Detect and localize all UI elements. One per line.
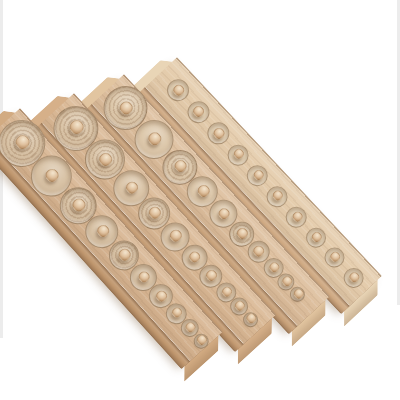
cylinder-hole bbox=[282, 202, 312, 232]
product-photo-montessori-cylinder-blocks bbox=[0, 0, 400, 400]
cylinder-knob bbox=[309, 230, 323, 244]
cylinder-knob bbox=[220, 284, 234, 298]
cylinder-hole bbox=[183, 96, 214, 127]
cylinder-blocks-scene bbox=[0, 0, 400, 400]
cylinder-knob bbox=[211, 125, 227, 141]
cylinder-knob bbox=[195, 182, 212, 199]
cylinder-hole bbox=[302, 223, 330, 251]
cylinder-knob bbox=[13, 132, 33, 152]
cylinder-knob bbox=[168, 227, 185, 244]
cylinder-knob bbox=[95, 222, 112, 239]
cylinder-knob bbox=[290, 209, 304, 223]
cylinder-knob bbox=[146, 129, 164, 147]
cylinder-knob bbox=[233, 299, 247, 313]
cylinder-knob bbox=[43, 166, 61, 184]
cylinder-knob bbox=[347, 270, 361, 284]
cylinder-knob bbox=[70, 195, 88, 213]
cylinder-knob bbox=[187, 249, 203, 265]
cylinder-knob bbox=[123, 179, 140, 196]
cylinder-hole bbox=[339, 263, 367, 291]
cylinder-knob bbox=[116, 246, 133, 263]
cylinder-knob bbox=[232, 147, 246, 161]
cylinder-hole bbox=[223, 140, 253, 170]
cylinder-hole bbox=[320, 243, 348, 271]
cylinder-knob bbox=[147, 205, 164, 222]
cylinder-hole bbox=[203, 118, 234, 149]
cylinder-hole bbox=[243, 161, 273, 191]
cylinder-knob bbox=[271, 188, 285, 202]
cylinder-knob bbox=[235, 225, 251, 241]
cylinder-knob bbox=[251, 168, 265, 182]
cylinder-knob bbox=[117, 98, 135, 116]
cylinder-knob bbox=[328, 250, 342, 264]
cylinder-hole bbox=[262, 181, 292, 211]
cylinder-knob bbox=[154, 288, 170, 304]
cylinder-hole bbox=[162, 75, 193, 106]
cylinder-knob bbox=[67, 117, 87, 137]
cylinder-knob bbox=[216, 205, 232, 221]
cylinder-knob bbox=[195, 333, 209, 347]
cylinder-knob bbox=[136, 268, 152, 284]
cylinder-knob bbox=[292, 286, 306, 300]
cylinder-knob bbox=[245, 312, 259, 326]
cylinder-knob bbox=[171, 82, 187, 98]
cylinder-knob bbox=[204, 267, 220, 283]
cylinder-knob bbox=[191, 103, 207, 119]
cylinder-knob bbox=[172, 158, 189, 175]
cylinder-knob bbox=[267, 260, 281, 274]
cylinder-knob bbox=[97, 150, 115, 168]
cylinder-knob bbox=[184, 320, 198, 334]
cylinder-knob bbox=[280, 274, 294, 288]
cylinder-knob bbox=[170, 306, 184, 320]
cylinder-knob bbox=[252, 243, 268, 259]
